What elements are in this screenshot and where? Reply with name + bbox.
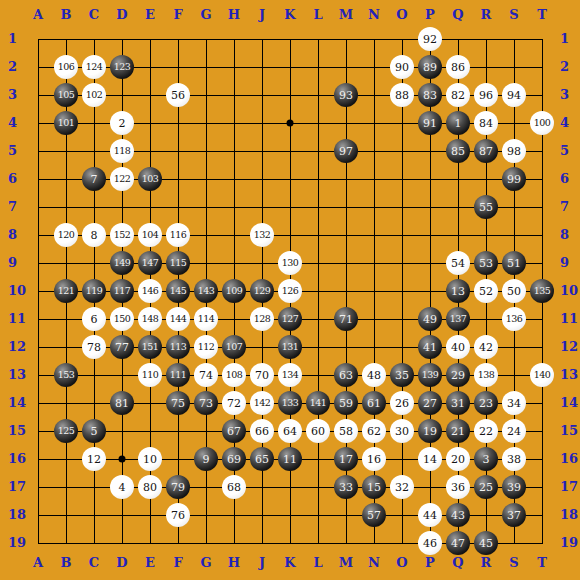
black-stone-H16: 69 <box>222 447 246 471</box>
col-label-bottom-L: L <box>304 556 332 570</box>
row-label-left-10: 10 <box>8 284 32 298</box>
black-stone-E6: 103 <box>138 167 162 191</box>
col-label-top-J: J <box>248 8 276 22</box>
white-stone-S16: 38 <box>502 447 526 471</box>
col-label-bottom-D: D <box>108 556 136 570</box>
row-label-left-7: 7 <box>8 200 32 214</box>
black-stone-M17: 33 <box>334 475 358 499</box>
black-stone-M11: 71 <box>334 307 358 331</box>
row-label-right-15: 15 <box>560 424 580 438</box>
black-stone-B10: 121 <box>54 279 78 303</box>
col-label-top-F: F <box>164 8 192 22</box>
white-stone-R15: 22 <box>474 419 498 443</box>
black-stone-F14: 75 <box>166 391 190 415</box>
row-label-right-4: 4 <box>560 116 580 130</box>
black-stone-P4: 91 <box>418 111 442 135</box>
black-stone-N18: 57 <box>362 503 386 527</box>
white-stone-K13: 134 <box>278 363 302 387</box>
white-stone-C11: 6 <box>82 307 106 331</box>
white-stone-P1: 92 <box>418 27 442 51</box>
col-label-top-S: S <box>500 8 528 22</box>
row-label-left-19: 19 <box>8 536 32 550</box>
black-stone-B3: 105 <box>54 83 78 107</box>
white-stone-J15: 66 <box>250 419 274 443</box>
black-stone-M5: 97 <box>334 139 358 163</box>
col-label-top-B: B <box>52 8 80 22</box>
black-stone-Q15: 21 <box>446 419 470 443</box>
row-label-left-11: 11 <box>8 312 32 326</box>
white-stone-M15: 58 <box>334 419 358 443</box>
col-label-bottom-O: O <box>388 556 416 570</box>
black-stone-K16: 11 <box>278 447 302 471</box>
white-stone-Q2: 86 <box>446 55 470 79</box>
white-stone-O3: 88 <box>390 83 414 107</box>
col-label-top-P: P <box>416 8 444 22</box>
star-point-D16 <box>119 456 126 463</box>
black-stone-P2: 89 <box>418 55 442 79</box>
black-stone-D10: 117 <box>110 279 134 303</box>
col-label-bottom-H: H <box>220 556 248 570</box>
black-stone-S18: 37 <box>502 503 526 527</box>
black-stone-P3: 83 <box>418 83 442 107</box>
white-stone-D11: 150 <box>110 307 134 331</box>
black-stone-R7: 55 <box>474 195 498 219</box>
white-stone-R12: 42 <box>474 335 498 359</box>
row-label-left-3: 3 <box>8 88 32 102</box>
row-label-left-12: 12 <box>8 340 32 354</box>
white-stone-C8: 8 <box>82 223 106 247</box>
white-stone-S14: 34 <box>502 391 526 415</box>
white-stone-F11: 144 <box>166 307 190 331</box>
white-stone-C3: 102 <box>82 83 106 107</box>
row-label-left-14: 14 <box>8 396 32 410</box>
black-stone-L14: 141 <box>306 391 330 415</box>
black-stone-S6: 99 <box>502 167 526 191</box>
col-label-bottom-N: N <box>360 556 388 570</box>
col-label-bottom-K: K <box>276 556 304 570</box>
black-stone-N17: 15 <box>362 475 386 499</box>
white-stone-T4: 100 <box>530 111 554 135</box>
white-stone-H17: 68 <box>222 475 246 499</box>
white-stone-N13: 48 <box>362 363 386 387</box>
black-stone-Q13: 29 <box>446 363 470 387</box>
row-label-left-2: 2 <box>8 60 32 74</box>
black-stone-F12: 113 <box>166 335 190 359</box>
white-stone-B8: 120 <box>54 223 78 247</box>
black-stone-O13: 35 <box>390 363 414 387</box>
white-stone-O14: 26 <box>390 391 414 415</box>
row-label-right-5: 5 <box>560 144 580 158</box>
black-stone-M3: 93 <box>334 83 358 107</box>
col-label-bottom-T: T <box>528 556 556 570</box>
row-label-right-7: 7 <box>560 200 580 214</box>
black-stone-R9: 53 <box>474 251 498 275</box>
black-stone-G10: 143 <box>194 279 218 303</box>
black-stone-P14: 27 <box>418 391 442 415</box>
white-stone-K15: 64 <box>278 419 302 443</box>
col-label-bottom-G: G <box>192 556 220 570</box>
black-stone-D14: 81 <box>110 391 134 415</box>
white-stone-B2: 106 <box>54 55 78 79</box>
white-stone-K9: 130 <box>278 251 302 275</box>
black-stone-J10: 129 <box>250 279 274 303</box>
black-stone-M14: 59 <box>334 391 358 415</box>
black-stone-E12: 151 <box>138 335 162 359</box>
white-stone-C16: 12 <box>82 447 106 471</box>
col-label-top-H: H <box>220 8 248 22</box>
white-stone-O2: 90 <box>390 55 414 79</box>
black-stone-Q14: 31 <box>446 391 470 415</box>
white-stone-N15: 62 <box>362 419 386 443</box>
white-stone-G11: 114 <box>194 307 218 331</box>
col-label-top-G: G <box>192 8 220 22</box>
white-stone-Q9: 54 <box>446 251 470 275</box>
white-stone-O17: 32 <box>390 475 414 499</box>
white-stone-G12: 112 <box>194 335 218 359</box>
black-stone-D9: 149 <box>110 251 134 275</box>
black-stone-B15: 125 <box>54 419 78 443</box>
col-label-bottom-R: R <box>472 556 500 570</box>
white-stone-S3: 94 <box>502 83 526 107</box>
col-label-top-Q: Q <box>444 8 472 22</box>
col-label-bottom-B: B <box>52 556 80 570</box>
white-stone-R10: 52 <box>474 279 498 303</box>
white-stone-O15: 30 <box>390 419 414 443</box>
col-label-top-K: K <box>276 8 304 22</box>
white-stone-C12: 78 <box>82 335 106 359</box>
black-stone-K14: 133 <box>278 391 302 415</box>
black-stone-R19: 45 <box>474 531 498 555</box>
row-label-left-1: 1 <box>8 32 32 46</box>
col-label-bottom-Q: Q <box>444 556 472 570</box>
black-stone-F17: 79 <box>166 475 190 499</box>
white-stone-D17: 4 <box>110 475 134 499</box>
white-stone-E17: 80 <box>138 475 162 499</box>
col-label-top-T: T <box>528 8 556 22</box>
black-stone-N14: 61 <box>362 391 386 415</box>
col-label-top-O: O <box>388 8 416 22</box>
col-label-bottom-E: E <box>136 556 164 570</box>
white-stone-Q17: 36 <box>446 475 470 499</box>
white-stone-D4: 2 <box>110 111 134 135</box>
row-label-right-13: 13 <box>560 368 580 382</box>
row-label-right-11: 11 <box>560 312 580 326</box>
white-stone-E10: 146 <box>138 279 162 303</box>
col-label-top-A: A <box>24 8 52 22</box>
black-stone-G14: 73 <box>194 391 218 415</box>
white-stone-T13: 140 <box>530 363 554 387</box>
row-label-right-10: 10 <box>560 284 580 298</box>
row-label-right-6: 6 <box>560 172 580 186</box>
col-label-top-C: C <box>80 8 108 22</box>
col-label-top-N: N <box>360 8 388 22</box>
white-stone-R3: 96 <box>474 83 498 107</box>
black-stone-Q11: 137 <box>446 307 470 331</box>
row-label-right-8: 8 <box>560 228 580 242</box>
go-board[interactable]: AABBCCDDEEFFGGHHJJKKLLMMNNOOPPQQRRSSTT11… <box>0 0 580 580</box>
row-label-left-13: 13 <box>8 368 32 382</box>
white-stone-R4: 84 <box>474 111 498 135</box>
white-stone-C2: 124 <box>82 55 106 79</box>
row-label-left-8: 8 <box>8 228 32 242</box>
row-label-right-12: 12 <box>560 340 580 354</box>
white-stone-R13: 138 <box>474 363 498 387</box>
row-label-right-14: 14 <box>560 396 580 410</box>
col-label-top-D: D <box>108 8 136 22</box>
row-label-right-17: 17 <box>560 480 580 494</box>
black-stone-D12: 77 <box>110 335 134 359</box>
black-stone-S9: 51 <box>502 251 526 275</box>
black-stone-Q18: 43 <box>446 503 470 527</box>
black-stone-Q10: 13 <box>446 279 470 303</box>
black-stone-J16: 65 <box>250 447 274 471</box>
black-stone-M16: 17 <box>334 447 358 471</box>
row-label-right-2: 2 <box>560 60 580 74</box>
white-stone-D8: 152 <box>110 223 134 247</box>
white-stone-S11: 136 <box>502 307 526 331</box>
row-label-right-18: 18 <box>560 508 580 522</box>
white-stone-F3: 56 <box>166 83 190 107</box>
black-stone-K11: 127 <box>278 307 302 331</box>
white-stone-E8: 104 <box>138 223 162 247</box>
black-stone-C15: 5 <box>82 419 106 443</box>
col-label-bottom-P: P <box>416 556 444 570</box>
black-stone-P11: 49 <box>418 307 442 331</box>
black-stone-C6: 7 <box>82 167 106 191</box>
white-stone-H13: 108 <box>222 363 246 387</box>
col-label-top-L: L <box>304 8 332 22</box>
black-stone-Q4: 1 <box>446 111 470 135</box>
white-stone-G13: 74 <box>194 363 218 387</box>
row-label-left-18: 18 <box>8 508 32 522</box>
white-stone-S15: 24 <box>502 419 526 443</box>
white-stone-L15: 60 <box>306 419 330 443</box>
col-label-top-R: R <box>472 8 500 22</box>
star-point-K4 <box>287 120 294 127</box>
black-stone-R5: 87 <box>474 139 498 163</box>
row-label-right-16: 16 <box>560 452 580 466</box>
col-label-top-E: E <box>136 8 164 22</box>
black-stone-M13: 63 <box>334 363 358 387</box>
white-stone-S5: 98 <box>502 139 526 163</box>
black-stone-H15: 67 <box>222 419 246 443</box>
white-stone-E16: 10 <box>138 447 162 471</box>
black-stone-H10: 109 <box>222 279 246 303</box>
white-stone-P16: 14 <box>418 447 442 471</box>
white-stone-S10: 50 <box>502 279 526 303</box>
white-stone-J13: 70 <box>250 363 274 387</box>
white-stone-E11: 148 <box>138 307 162 331</box>
black-stone-B13: 153 <box>54 363 78 387</box>
black-stone-F10: 145 <box>166 279 190 303</box>
white-stone-D5: 118 <box>110 139 134 163</box>
white-stone-Q16: 20 <box>446 447 470 471</box>
white-stone-F18: 76 <box>166 503 190 527</box>
black-stone-P12: 41 <box>418 335 442 359</box>
black-stone-E9: 147 <box>138 251 162 275</box>
black-stone-P13: 139 <box>418 363 442 387</box>
white-stone-E13: 110 <box>138 363 162 387</box>
row-label-left-9: 9 <box>8 256 32 270</box>
white-stone-F8: 116 <box>166 223 190 247</box>
col-label-bottom-A: A <box>24 556 52 570</box>
white-stone-P19: 46 <box>418 531 442 555</box>
black-stone-S17: 39 <box>502 475 526 499</box>
white-stone-D6: 122 <box>110 167 134 191</box>
white-stone-Q12: 40 <box>446 335 470 359</box>
black-stone-K12: 131 <box>278 335 302 359</box>
row-label-right-1: 1 <box>560 32 580 46</box>
white-stone-J11: 128 <box>250 307 274 331</box>
black-stone-F13: 111 <box>166 363 190 387</box>
white-stone-Q3: 82 <box>446 83 470 107</box>
black-stone-R17: 25 <box>474 475 498 499</box>
col-label-top-M: M <box>332 8 360 22</box>
col-label-bottom-S: S <box>500 556 528 570</box>
row-label-left-17: 17 <box>8 480 32 494</box>
black-stone-B4: 101 <box>54 111 78 135</box>
white-stone-J14: 142 <box>250 391 274 415</box>
black-stone-P15: 19 <box>418 419 442 443</box>
white-stone-H14: 72 <box>222 391 246 415</box>
row-label-right-9: 9 <box>560 256 580 270</box>
black-stone-Q5: 85 <box>446 139 470 163</box>
col-label-bottom-C: C <box>80 556 108 570</box>
black-stone-T10: 135 <box>530 279 554 303</box>
col-label-bottom-F: F <box>164 556 192 570</box>
black-stone-Q19: 47 <box>446 531 470 555</box>
row-label-right-19: 19 <box>560 536 580 550</box>
white-stone-N16: 16 <box>362 447 386 471</box>
white-stone-J8: 132 <box>250 223 274 247</box>
row-label-left-16: 16 <box>8 452 32 466</box>
black-stone-F9: 115 <box>166 251 190 275</box>
black-stone-R16: 3 <box>474 447 498 471</box>
white-stone-P18: 44 <box>418 503 442 527</box>
row-label-left-15: 15 <box>8 424 32 438</box>
col-label-bottom-M: M <box>332 556 360 570</box>
black-stone-H12: 107 <box>222 335 246 359</box>
white-stone-K10: 126 <box>278 279 302 303</box>
row-label-left-5: 5 <box>8 144 32 158</box>
row-label-left-4: 4 <box>8 116 32 130</box>
black-stone-G16: 9 <box>194 447 218 471</box>
row-label-left-6: 6 <box>8 172 32 186</box>
col-label-bottom-J: J <box>248 556 276 570</box>
black-stone-D2: 123 <box>110 55 134 79</box>
row-label-right-3: 3 <box>560 88 580 102</box>
black-stone-C10: 119 <box>82 279 106 303</box>
black-stone-R14: 23 <box>474 391 498 415</box>
